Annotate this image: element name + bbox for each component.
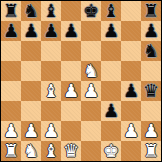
square-c5[interactable] <box>41 61 61 81</box>
square-a2[interactable]: ♟ <box>1 121 21 141</box>
black-pawn[interactable]: ♟ <box>43 21 59 41</box>
white-pawn[interactable]: ♟ <box>143 121 159 141</box>
white-pawn[interactable]: ♟ <box>43 121 59 141</box>
square-g8[interactable] <box>121 1 141 21</box>
square-f6[interactable] <box>101 41 121 61</box>
black-pawn[interactable]: ♟ <box>63 21 79 41</box>
white-bishop[interactable]: ♝ <box>43 81 59 101</box>
square-f3[interactable]: ♟ <box>101 101 121 121</box>
square-d4[interactable]: ♟ <box>61 81 81 101</box>
black-pawn[interactable]: ♟ <box>103 101 119 121</box>
white-king[interactable]: ♚ <box>103 141 119 161</box>
black-knight[interactable]: ♞ <box>23 1 39 21</box>
white-knight[interactable]: ♞ <box>23 141 39 161</box>
white-rook[interactable]: ♜ <box>3 141 19 161</box>
square-a6[interactable] <box>1 41 21 61</box>
square-b8[interactable]: ♞ <box>21 1 41 21</box>
square-f7[interactable]: ♟ <box>101 21 121 41</box>
square-b3[interactable] <box>21 101 41 121</box>
square-f4[interactable] <box>101 81 121 101</box>
square-h4[interactable]: ♛ <box>141 81 161 101</box>
square-g2[interactable]: ♟ <box>121 121 141 141</box>
black-bishop[interactable]: ♝ <box>103 1 119 21</box>
square-h1[interactable]: ♜ <box>141 141 161 161</box>
square-c7[interactable]: ♟ <box>41 21 61 41</box>
square-d8[interactable] <box>61 1 81 21</box>
square-a8[interactable]: ♜ <box>1 1 21 21</box>
square-g1[interactable] <box>121 141 141 161</box>
white-pawn[interactable]: ♟ <box>83 81 99 101</box>
square-c1[interactable]: ♝ <box>41 141 61 161</box>
square-h5[interactable] <box>141 61 161 81</box>
square-f1[interactable]: ♚ <box>101 141 121 161</box>
black-queen[interactable]: ♛ <box>143 81 159 101</box>
square-d3[interactable] <box>61 101 81 121</box>
square-b2[interactable]: ♟ <box>21 121 41 141</box>
black-pawn[interactable]: ♟ <box>103 21 119 41</box>
white-pawn[interactable]: ♟ <box>3 121 19 141</box>
white-bishop[interactable]: ♝ <box>43 141 59 161</box>
square-d1[interactable]: ♛ <box>61 141 81 161</box>
black-king[interactable]: ♚ <box>83 1 99 21</box>
square-d2[interactable] <box>61 121 81 141</box>
square-e7[interactable] <box>81 21 101 41</box>
black-pawn[interactable]: ♟ <box>143 21 159 41</box>
black-pawn[interactable]: ♟ <box>123 81 139 101</box>
square-e3[interactable] <box>81 101 101 121</box>
black-bishop[interactable]: ♝ <box>43 1 59 21</box>
square-a7[interactable]: ♟ <box>1 21 21 41</box>
square-e4[interactable]: ♟ <box>81 81 101 101</box>
square-c3[interactable] <box>41 101 61 121</box>
square-g3[interactable] <box>121 101 141 121</box>
square-e1[interactable] <box>81 141 101 161</box>
square-e8[interactable]: ♚ <box>81 1 101 21</box>
square-a3[interactable] <box>1 101 21 121</box>
square-h3[interactable] <box>141 101 161 121</box>
black-knight[interactable]: ♞ <box>143 41 159 61</box>
square-g7[interactable] <box>121 21 141 41</box>
square-f5[interactable] <box>101 61 121 81</box>
square-d5[interactable] <box>61 61 81 81</box>
black-rook[interactable]: ♜ <box>143 1 159 21</box>
square-g6[interactable] <box>121 41 141 61</box>
square-c2[interactable]: ♟ <box>41 121 61 141</box>
square-a5[interactable] <box>1 61 21 81</box>
square-b6[interactable] <box>21 41 41 61</box>
square-c6[interactable] <box>41 41 61 61</box>
square-e6[interactable] <box>81 41 101 61</box>
square-h6[interactable]: ♞ <box>141 41 161 61</box>
square-e5[interactable]: ♞ <box>81 61 101 81</box>
square-h7[interactable]: ♟ <box>141 21 161 41</box>
square-g5[interactable] <box>121 61 141 81</box>
chess-board: ♜♞♝♚♝♜♟♟♟♟♟♟♞♞♝♟♟♟♛♟♟♟♟♟♟♜♞♝♛♚♜ <box>1 1 161 161</box>
square-d7[interactable]: ♟ <box>61 21 81 41</box>
square-g4[interactable]: ♟ <box>121 81 141 101</box>
square-f8[interactable]: ♝ <box>101 1 121 21</box>
square-e2[interactable] <box>81 121 101 141</box>
square-b5[interactable] <box>21 61 41 81</box>
square-c8[interactable]: ♝ <box>41 1 61 21</box>
white-pawn[interactable]: ♟ <box>23 121 39 141</box>
white-pawn[interactable]: ♟ <box>123 121 139 141</box>
square-h2[interactable]: ♟ <box>141 121 161 141</box>
square-a1[interactable]: ♜ <box>1 141 21 161</box>
white-knight[interactable]: ♞ <box>83 61 99 81</box>
square-c4[interactable]: ♝ <box>41 81 61 101</box>
black-rook[interactable]: ♜ <box>3 1 19 21</box>
black-pawn[interactable]: ♟ <box>3 21 19 41</box>
white-queen[interactable]: ♛ <box>63 141 79 161</box>
white-pawn[interactable]: ♟ <box>63 81 79 101</box>
square-b1[interactable]: ♞ <box>21 141 41 161</box>
chess-board-frame: ♜♞♝♚♝♜♟♟♟♟♟♟♞♞♝♟♟♟♛♟♟♟♟♟♟♜♞♝♛♚♜ <box>0 0 162 162</box>
square-f2[interactable] <box>101 121 121 141</box>
square-h8[interactable]: ♜ <box>141 1 161 21</box>
white-rook[interactable]: ♜ <box>143 141 159 161</box>
square-b4[interactable] <box>21 81 41 101</box>
square-b7[interactable]: ♟ <box>21 21 41 41</box>
square-d6[interactable] <box>61 41 81 61</box>
square-a4[interactable] <box>1 81 21 101</box>
black-pawn[interactable]: ♟ <box>23 21 39 41</box>
